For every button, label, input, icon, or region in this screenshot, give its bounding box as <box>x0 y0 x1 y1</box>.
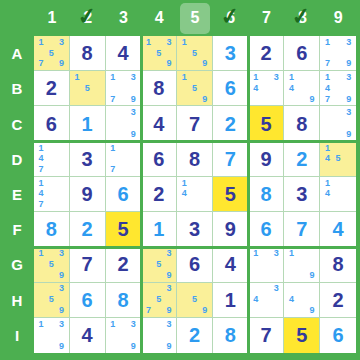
pencil-mark-7 <box>251 270 261 281</box>
pencil-mark-7 <box>143 341 153 352</box>
cell-B1[interactable]: 2 <box>34 71 70 106</box>
pencil-mark-8 <box>46 164 56 175</box>
solved-digit: 6 <box>117 184 128 204</box>
pencil-mark-4 <box>322 118 333 129</box>
given-digit: 9 <box>225 219 236 239</box>
cell-F5[interactable]: 3 <box>177 212 213 247</box>
pencil-mark-5 <box>297 83 307 94</box>
cell-A2[interactable]: 8 <box>70 36 106 71</box>
cell-A3[interactable]: 4 <box>106 36 142 71</box>
cell-I3[interactable]: 139 <box>106 318 142 353</box>
pencil-mark-5 <box>46 153 56 164</box>
pencil-mark-5 <box>333 189 344 200</box>
cell-B5[interactable]: 159 <box>177 71 213 106</box>
pencil-mark-4: 4 <box>251 294 261 305</box>
pencil-mark-6 <box>128 83 138 94</box>
pencil-mark-7: 7 <box>108 94 118 105</box>
pencil-mark-1 <box>286 284 296 295</box>
pencil-mark-7 <box>108 341 118 352</box>
pencil-mark-1 <box>143 248 153 259</box>
pencil-mark-5 <box>261 83 271 94</box>
pencil-marks: 159 <box>179 37 210 69</box>
cell-G5[interactable]: 6 <box>177 247 213 282</box>
cell-A9[interactable]: 1379 <box>320 36 356 71</box>
cell-C1[interactable]: 6 <box>34 106 70 141</box>
given-digit: 7 <box>82 254 93 274</box>
pencil-mark-5 <box>297 294 307 305</box>
cell-D5[interactable]: 8 <box>177 142 213 177</box>
cell-D4[interactable]: 6 <box>141 142 177 177</box>
header-digit-6[interactable]: 6✓ <box>213 0 249 36</box>
pencil-marks: 14 <box>179 178 210 210</box>
pencil-mark-8 <box>261 270 271 281</box>
cell-E8[interactable]: 3 <box>284 177 320 212</box>
pencil-mark-7 <box>36 341 46 352</box>
pencil-mark-2 <box>261 72 271 83</box>
pencil-mark-3 <box>200 284 210 295</box>
pencil-mark-7 <box>143 270 153 281</box>
cell-H2[interactable]: 6 <box>70 283 106 318</box>
given-digit: 2 <box>153 184 164 204</box>
solved-digit: 2 <box>82 219 93 239</box>
pencil-mark-6 <box>57 48 67 59</box>
cell-B2[interactable]: 15 <box>70 71 106 106</box>
pencil-mark-5 <box>189 189 199 200</box>
cell-I5[interactable]: 2 <box>177 318 213 353</box>
cell-F2[interactable]: 2 <box>70 212 106 247</box>
cell-E6[interactable]: 5 <box>213 177 249 212</box>
pencil-marks: 359 <box>36 284 67 316</box>
given-digit: 4 <box>225 254 236 274</box>
cell-G8[interactable]: 19 <box>284 247 320 282</box>
cell-I7[interactable]: 7 <box>249 318 285 353</box>
pencil-mark-5: 5 <box>189 83 199 94</box>
pencil-mark-7 <box>322 129 333 140</box>
given-digit: 2 <box>260 43 271 63</box>
pencil-mark-4 <box>36 330 46 341</box>
cell-H6[interactable]: 1 <box>213 283 249 318</box>
pencil-mark-7: 7 <box>322 58 333 69</box>
pencil-mark-8 <box>333 199 344 210</box>
solved-digit: 2 <box>189 325 200 345</box>
cell-B6[interactable]: 6 <box>213 71 249 106</box>
pencil-marks: 147 <box>36 178 67 210</box>
cell-D6[interactable]: 7 <box>213 142 249 177</box>
pencil-marks: 13 <box>251 248 282 280</box>
pencil-mark-6 <box>57 294 67 305</box>
pencil-mark-6 <box>307 294 317 305</box>
pencil-mark-1: 1 <box>286 248 296 259</box>
pencil-mark-7 <box>286 305 296 316</box>
cell-B3[interactable]: 1379 <box>106 71 142 106</box>
pencil-mark-9 <box>271 94 281 105</box>
pencil-mark-5 <box>46 330 56 341</box>
solved-digit: 4 <box>333 219 344 239</box>
pencil-mark-8 <box>333 94 344 105</box>
cell-H8[interactable]: 49 <box>284 283 320 318</box>
pencil-mark-1: 1 <box>36 319 46 330</box>
pencil-mark-1: 1 <box>143 37 153 48</box>
solved-digit: 6 <box>225 78 236 98</box>
pencil-mark-9: 9 <box>164 58 174 69</box>
pencil-mark-8 <box>118 129 128 140</box>
cell-E5[interactable]: 14 <box>177 177 213 212</box>
pencil-marks: 13479 <box>322 72 354 104</box>
row-label-E: E <box>0 177 34 212</box>
given-digit: 9 <box>82 184 93 204</box>
pencil-mark-1: 1 <box>36 37 46 48</box>
cell-F7[interactable]: 6 <box>249 212 285 247</box>
pencil-mark-3: 3 <box>164 284 174 295</box>
pencil-mark-3 <box>92 72 102 83</box>
cell-H1[interactable]: 359 <box>34 283 70 318</box>
pencil-mark-2 <box>297 248 307 259</box>
pencil-mark-6 <box>271 259 281 270</box>
pencil-mark-2 <box>154 284 164 295</box>
pencil-mark-6 <box>343 83 354 94</box>
pencil-mark-3 <box>200 72 210 83</box>
pencil-mark-7 <box>322 164 333 175</box>
digit-complete-check-icon: ✓ <box>291 4 313 29</box>
pencil-mark-8 <box>189 305 199 316</box>
solved-digit: 8 <box>260 184 271 204</box>
pencil-mark-2 <box>297 284 307 295</box>
cell-F9[interactable]: 4 <box>320 212 356 247</box>
pencil-mark-6 <box>271 294 281 305</box>
solved-digit: 6 <box>333 325 344 345</box>
pencil-mark-6 <box>128 330 138 341</box>
pencil-mark-2 <box>154 248 164 259</box>
pencil-mark-9: 9 <box>200 94 210 105</box>
pencil-mark-1: 1 <box>108 319 118 330</box>
cell-C4[interactable]: 4 <box>141 106 177 141</box>
pencil-mark-8 <box>297 270 307 281</box>
pencil-mark-1 <box>179 284 189 295</box>
cell-B4[interactable]: 8 <box>141 71 177 106</box>
given-digit: 2 <box>46 78 57 98</box>
pencil-mark-9 <box>271 270 281 281</box>
given-digit: 6 <box>46 114 57 134</box>
pencil-mark-7: 7 <box>36 164 46 175</box>
pencil-mark-4 <box>36 48 46 59</box>
cell-C3[interactable]: 39 <box>106 106 142 141</box>
pencil-mark-6 <box>343 118 354 129</box>
pencil-mark-8 <box>297 94 307 105</box>
pencil-mark-4 <box>108 118 118 129</box>
cell-D7[interactable]: 9 <box>249 142 285 177</box>
cell-F6[interactable]: 9 <box>213 212 249 247</box>
pencil-mark-9: 9 <box>200 58 210 69</box>
pencil-mark-2 <box>46 284 56 295</box>
pencil-mark-6 <box>343 189 354 200</box>
pencil-mark-8 <box>297 305 307 316</box>
pencil-mark-5 <box>46 189 56 200</box>
header-digit-label: 3 <box>119 9 128 27</box>
pencil-mark-3 <box>57 178 67 189</box>
pencil-mark-3: 3 <box>57 319 67 330</box>
cell-C8[interactable]: 8 <box>284 106 320 141</box>
cell-I8[interactable]: 5 <box>284 318 320 353</box>
cell-G3[interactable]: 2 <box>106 247 142 282</box>
header-digit-8[interactable]: 8✓ <box>284 0 320 36</box>
pencil-mark-1: 1 <box>108 72 118 83</box>
solved-digit: 6 <box>82 290 93 310</box>
pencil-marks: 39 <box>108 107 139 139</box>
pencil-marks: 39 <box>322 107 354 139</box>
digit-complete-check-icon: ✓ <box>219 4 241 29</box>
given-digit: 5 <box>296 325 307 345</box>
cell-B7[interactable]: 134 <box>249 71 285 106</box>
cell-E7[interactable]: 8 <box>249 177 285 212</box>
cell-D1[interactable]: 147 <box>34 142 70 177</box>
pencil-mark-7: 7 <box>108 164 118 175</box>
cell-G9[interactable]: 8 <box>320 247 356 282</box>
cell-C5[interactable]: 7 <box>177 106 213 141</box>
pencil-mark-5 <box>118 83 128 94</box>
pencil-mark-9: 9 <box>128 94 138 105</box>
pencil-mark-2 <box>154 37 164 48</box>
pencil-mark-2 <box>333 37 344 48</box>
cell-B8[interactable]: 149 <box>284 71 320 106</box>
pencil-mark-6 <box>57 189 67 200</box>
cell-G4[interactable]: 359 <box>141 247 177 282</box>
cell-H3[interactable]: 8 <box>106 283 142 318</box>
pencil-mark-4: 4 <box>286 83 296 94</box>
pencil-mark-9: 9 <box>57 341 67 352</box>
cell-H9[interactable]: 2 <box>320 283 356 318</box>
solved-digit: 2 <box>225 114 236 134</box>
pencil-mark-7 <box>72 94 82 105</box>
pencil-mark-1: 1 <box>322 72 333 83</box>
pencil-mark-5: 5 <box>154 48 164 59</box>
pencil-mark-2 <box>46 37 56 48</box>
cell-E3[interactable]: 6 <box>106 177 142 212</box>
pencil-mark-6 <box>164 259 174 270</box>
given-digit: 3 <box>82 149 93 169</box>
pencil-marks: 134 <box>251 72 282 104</box>
pencil-mark-6 <box>128 118 138 129</box>
pencil-mark-8 <box>82 94 92 105</box>
cell-H4[interactable]: 3579 <box>141 283 177 318</box>
pencil-mark-7 <box>179 305 189 316</box>
pencil-mark-6 <box>200 83 210 94</box>
cell-B9[interactable]: 13479 <box>320 71 356 106</box>
pencil-mark-7 <box>36 305 46 316</box>
header-digit-4[interactable]: 4 <box>141 0 177 36</box>
pencil-marks: 139 <box>36 319 67 352</box>
cell-E9[interactable]: 14 <box>320 177 356 212</box>
pencil-mark-9: 9 <box>307 94 317 105</box>
cell-D3[interactable]: 17 <box>106 142 142 177</box>
cell-I2[interactable]: 4 <box>70 318 106 353</box>
given-digit: 7 <box>260 325 271 345</box>
cell-A8[interactable]: 6 <box>284 36 320 71</box>
pencil-mark-4 <box>143 294 153 305</box>
cell-G1[interactable]: 1359 <box>34 247 70 282</box>
pencil-mark-8 <box>46 270 56 281</box>
pencil-mark-4 <box>36 259 46 270</box>
pencil-mark-8 <box>118 164 128 175</box>
pencil-mark-1: 1 <box>322 178 333 189</box>
pencil-mark-5: 5 <box>189 48 199 59</box>
pencil-mark-9 <box>57 199 67 210</box>
pencil-mark-2 <box>189 37 199 48</box>
pencil-mark-9 <box>271 305 281 316</box>
header-digit-5[interactable]: 5 <box>177 0 213 36</box>
given-digit: 4 <box>153 114 164 134</box>
cell-I6[interactable]: 8 <box>213 318 249 353</box>
cell-H7[interactable]: 34 <box>249 283 285 318</box>
pencil-mark-3: 3 <box>164 248 174 259</box>
cell-F8[interactable]: 7 <box>284 212 320 247</box>
pencil-marks: 13579 <box>36 37 67 69</box>
pencil-marks: 1379 <box>322 37 354 69</box>
pencil-mark-3: 3 <box>57 37 67 48</box>
pencil-mark-7: 7 <box>322 94 333 105</box>
pencil-mark-8 <box>333 58 344 69</box>
pencil-mark-8 <box>154 305 164 316</box>
pencil-mark-8 <box>46 341 56 352</box>
given-digit: 8 <box>333 254 344 274</box>
pencil-mark-8 <box>189 199 199 210</box>
pencil-mark-1: 1 <box>286 72 296 83</box>
cell-D2[interactable]: 3 <box>70 142 106 177</box>
pencil-mark-3: 3 <box>343 37 354 48</box>
row-label-G: G <box>0 247 34 282</box>
given-digit: 8 <box>189 149 200 169</box>
pencil-mark-9: 9 <box>343 94 354 105</box>
pencil-mark-1 <box>143 284 153 295</box>
pencil-mark-4 <box>36 294 46 305</box>
pencil-mark-7: 7 <box>36 199 46 210</box>
pencil-mark-2 <box>82 72 92 83</box>
cell-H5[interactable]: 59 <box>177 283 213 318</box>
pencil-mark-5 <box>154 330 164 341</box>
pencil-mark-8 <box>46 199 56 210</box>
cell-F4[interactable]: 1 <box>141 212 177 247</box>
pencil-mark-1: 1 <box>179 37 189 48</box>
cell-I4[interactable]: 39 <box>141 318 177 353</box>
pencil-mark-1: 1 <box>322 143 333 154</box>
pencil-mark-1: 1 <box>36 143 46 154</box>
pencil-mark-2 <box>118 72 128 83</box>
pencil-mark-7 <box>322 199 333 210</box>
pencil-mark-8 <box>118 341 128 352</box>
cell-A7[interactable]: 2 <box>249 36 285 71</box>
header-digit-3[interactable]: 3 <box>106 0 142 36</box>
cell-A6[interactable]: 3 <box>213 36 249 71</box>
cell-I9[interactable]: 6 <box>320 318 356 353</box>
cell-E1[interactable]: 147 <box>34 177 70 212</box>
cell-A4[interactable]: 1359 <box>141 36 177 71</box>
solved-digit: 1 <box>82 114 93 134</box>
pencil-mark-6 <box>200 48 210 59</box>
given-digit: 6 <box>296 43 307 63</box>
pencil-mark-2 <box>118 143 128 154</box>
cell-I1[interactable]: 139 <box>34 318 70 353</box>
cell-G7[interactable]: 13 <box>249 247 285 282</box>
pencil-mark-9 <box>92 94 102 105</box>
pencil-mark-5 <box>297 259 307 270</box>
given-digit: 3 <box>189 219 200 239</box>
cell-A5[interactable]: 159 <box>177 36 213 71</box>
pencil-mark-5 <box>118 118 128 129</box>
given-digit: 6 <box>153 149 164 169</box>
given-digit: 8 <box>153 78 164 98</box>
pencil-mark-6 <box>92 83 102 94</box>
pencil-mark-3 <box>307 284 317 295</box>
pencil-mark-3: 3 <box>271 72 281 83</box>
pencil-mark-8 <box>154 270 164 281</box>
pencil-mark-1 <box>251 284 261 295</box>
pencil-mark-2 <box>261 248 271 259</box>
pencil-mark-2 <box>154 319 164 330</box>
given-digit: 5 <box>117 219 128 239</box>
pencil-mark-9: 9 <box>164 270 174 281</box>
solved-digit: 2 <box>296 149 307 169</box>
header-digit-7[interactable]: 7 <box>249 0 285 36</box>
cell-D9[interactable]: 145 <box>320 142 356 177</box>
cell-C2[interactable]: 1 <box>70 106 106 141</box>
header-digit-label: 5 <box>191 9 200 27</box>
cell-A1[interactable]: 13579 <box>34 36 70 71</box>
pencil-mark-7 <box>286 94 296 105</box>
pencil-mark-2 <box>333 72 344 83</box>
pencil-mark-5: 5 <box>46 48 56 59</box>
cell-E2[interactable]: 9 <box>70 177 106 212</box>
header-digit-9[interactable]: 9 <box>320 0 356 36</box>
pencil-mark-2 <box>297 72 307 83</box>
pencil-mark-2 <box>46 143 56 154</box>
pencil-mark-3 <box>343 178 354 189</box>
pencil-mark-3: 3 <box>128 319 138 330</box>
header-digit-1[interactable]: 1 <box>34 0 70 36</box>
header-digit-label: 1 <box>47 9 56 27</box>
given-digit: 8 <box>82 43 93 63</box>
pencil-mark-3: 3 <box>128 72 138 83</box>
cell-D8[interactable]: 2 <box>284 142 320 177</box>
pencil-mark-6 <box>57 259 67 270</box>
pencil-mark-4 <box>108 330 118 341</box>
pencil-mark-8 <box>333 129 344 140</box>
pencil-mark-2 <box>189 284 199 295</box>
pencil-mark-1: 1 <box>36 248 46 259</box>
cell-C7[interactable]: 5 <box>249 106 285 141</box>
cell-C6[interactable]: 2 <box>213 106 249 141</box>
cell-C9[interactable]: 39 <box>320 106 356 141</box>
pencil-mark-8 <box>261 305 271 316</box>
cell-F3[interactable]: 5 <box>106 212 142 247</box>
pencil-mark-3 <box>200 37 210 48</box>
given-digit: 2 <box>333 290 344 310</box>
header-digit-2[interactable]: 2✓ <box>70 0 106 36</box>
pencil-marks: 1359 <box>36 248 67 280</box>
pencil-mark-2 <box>46 319 56 330</box>
cell-G6[interactable]: 4 <box>213 247 249 282</box>
pencil-mark-9 <box>343 199 354 210</box>
pencil-mark-8 <box>46 305 56 316</box>
pencil-mark-7: 7 <box>143 305 153 316</box>
cell-F1[interactable]: 8 <box>34 212 70 247</box>
pencil-mark-6 <box>307 259 317 270</box>
pencil-mark-4 <box>179 83 189 94</box>
pencil-mark-3: 3 <box>164 319 174 330</box>
pencil-mark-6 <box>164 48 174 59</box>
cell-G2[interactable]: 7 <box>70 247 106 282</box>
pencil-mark-4 <box>286 259 296 270</box>
pencil-mark-7 <box>251 94 261 105</box>
cell-E4[interactable]: 2 <box>141 177 177 212</box>
